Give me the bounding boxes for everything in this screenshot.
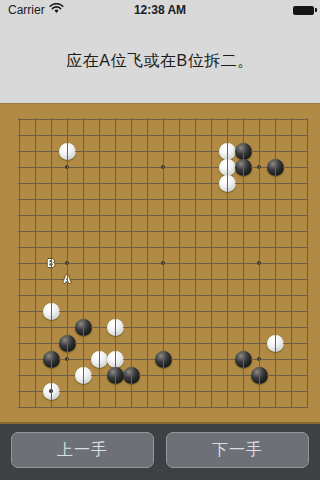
intersection[interactable] [75,399,91,415]
intersection[interactable] [187,335,203,351]
intersection[interactable] [11,223,27,239]
intersection[interactable] [59,175,75,191]
intersection[interactable] [203,159,219,175]
intersection[interactable] [235,175,251,191]
intersection[interactable] [299,383,315,399]
intersection[interactable] [235,351,251,367]
intersection[interactable] [91,335,107,351]
intersection[interactable] [235,255,251,271]
intersection[interactable] [299,351,315,367]
intersection[interactable] [187,367,203,383]
intersection[interactable] [59,303,75,319]
intersection[interactable] [91,239,107,255]
intersection[interactable] [235,239,251,255]
intersection[interactable] [187,303,203,319]
intersection[interactable] [123,367,139,383]
intersection[interactable] [251,207,267,223]
intersection[interactable] [11,399,27,415]
intersection[interactable] [235,207,251,223]
intersection[interactable] [219,287,235,303]
intersection[interactable] [91,383,107,399]
intersection[interactable] [11,335,27,351]
intersection[interactable] [187,319,203,335]
intersection[interactable] [59,383,75,399]
intersection[interactable] [203,111,219,127]
intersection[interactable] [219,351,235,367]
intersection[interactable] [267,367,283,383]
intersection[interactable] [171,175,187,191]
intersection[interactable] [43,175,59,191]
intersection[interactable] [155,303,171,319]
intersection[interactable] [139,303,155,319]
intersection[interactable] [75,335,91,351]
intersection[interactable] [267,319,283,335]
intersection[interactable] [107,319,123,335]
intersection[interactable] [155,127,171,143]
intersection[interactable] [123,287,139,303]
intersection[interactable] [187,111,203,127]
intersection[interactable] [171,255,187,271]
intersection[interactable] [75,159,91,175]
intersection[interactable] [59,287,75,303]
intersection[interactable] [235,399,251,415]
intersection[interactable] [27,143,43,159]
intersection[interactable] [251,255,267,271]
intersection[interactable] [27,383,43,399]
intersection[interactable] [27,127,43,143]
intersection[interactable] [203,399,219,415]
intersection[interactable] [235,287,251,303]
intersection[interactable] [283,143,299,159]
intersection[interactable] [91,319,107,335]
intersection[interactable] [155,143,171,159]
intersection[interactable] [171,239,187,255]
intersection[interactable] [203,175,219,191]
intersection[interactable] [187,175,203,191]
intersection[interactable] [11,367,27,383]
intersection[interactable] [219,143,235,159]
intersection[interactable] [91,399,107,415]
intersection[interactable] [11,111,27,127]
intersection[interactable] [75,351,91,367]
intersection[interactable] [59,143,75,159]
intersection[interactable]: A [59,271,75,287]
intersection[interactable] [75,191,91,207]
intersection[interactable] [155,399,171,415]
intersection[interactable] [299,335,315,351]
intersection[interactable] [27,175,43,191]
intersection[interactable] [43,127,59,143]
intersection[interactable] [123,175,139,191]
intersection[interactable] [107,191,123,207]
intersection[interactable] [219,255,235,271]
intersection[interactable] [283,239,299,255]
intersection[interactable] [91,223,107,239]
intersection[interactable] [283,383,299,399]
intersection[interactable] [171,223,187,239]
intersection[interactable] [75,383,91,399]
intersection[interactable] [187,143,203,159]
intersection[interactable] [91,111,107,127]
intersection[interactable] [107,271,123,287]
intersection[interactable] [235,367,251,383]
intersection[interactable] [107,383,123,399]
intersection[interactable] [235,223,251,239]
intersection[interactable] [267,239,283,255]
intersection[interactable] [203,207,219,223]
intersection[interactable] [299,287,315,303]
intersection[interactable] [187,287,203,303]
intersection[interactable] [299,143,315,159]
intersection[interactable] [203,127,219,143]
intersection[interactable] [123,255,139,271]
intersection[interactable] [251,223,267,239]
intersection[interactable] [91,191,107,207]
intersection[interactable] [251,175,267,191]
intersection[interactable] [235,383,251,399]
intersection[interactable] [27,255,43,271]
intersection[interactable] [171,191,187,207]
intersection[interactable] [123,351,139,367]
intersection[interactable] [123,223,139,239]
intersection[interactable] [11,175,27,191]
intersection[interactable] [219,271,235,287]
intersection[interactable] [299,127,315,143]
intersection[interactable] [107,111,123,127]
intersection[interactable] [251,191,267,207]
intersection[interactable] [123,159,139,175]
intersection[interactable] [11,239,27,255]
intersection[interactable] [123,303,139,319]
intersection[interactable] [43,303,59,319]
intersection[interactable] [283,255,299,271]
intersection[interactable] [75,127,91,143]
intersection[interactable] [283,191,299,207]
intersection[interactable] [171,303,187,319]
intersection[interactable] [267,399,283,415]
intersection[interactable] [267,111,283,127]
intersection[interactable] [203,367,219,383]
intersection[interactable] [107,367,123,383]
intersection[interactable] [43,223,59,239]
intersection[interactable] [187,255,203,271]
intersection[interactable] [43,351,59,367]
intersection[interactable] [219,335,235,351]
intersection[interactable] [219,191,235,207]
intersection[interactable] [203,255,219,271]
intersection[interactable] [155,383,171,399]
intersection[interactable] [11,191,27,207]
intersection[interactable] [59,367,75,383]
intersection[interactable] [139,351,155,367]
intersection[interactable] [299,303,315,319]
intersection[interactable] [27,399,43,415]
intersection[interactable] [155,175,171,191]
previous-move-button[interactable]: 上一手 [11,432,154,468]
intersection[interactable] [219,383,235,399]
intersection[interactable] [11,287,27,303]
intersection[interactable] [283,303,299,319]
intersection[interactable] [219,239,235,255]
intersection[interactable] [171,319,187,335]
intersection[interactable] [27,287,43,303]
intersection[interactable] [299,159,315,175]
intersection[interactable] [139,143,155,159]
intersection[interactable] [59,223,75,239]
intersection[interactable] [27,303,43,319]
intersection[interactable] [155,191,171,207]
intersection[interactable] [91,287,107,303]
intersection[interactable] [155,287,171,303]
intersection[interactable] [43,191,59,207]
intersection[interactable] [155,207,171,223]
intersection[interactable] [203,335,219,351]
intersection[interactable] [235,335,251,351]
intersection[interactable] [139,239,155,255]
intersection[interactable] [171,351,187,367]
intersection[interactable] [219,159,235,175]
intersection[interactable] [27,367,43,383]
intersection[interactable] [107,223,123,239]
intersection[interactable] [107,303,123,319]
intersection[interactable] [219,399,235,415]
intersection[interactable] [123,383,139,399]
intersection[interactable] [139,255,155,271]
intersection[interactable] [27,223,43,239]
intersection[interactable] [59,351,75,367]
intersection[interactable] [123,335,139,351]
intersection[interactable] [91,207,107,223]
intersection[interactable] [155,367,171,383]
intersection[interactable] [171,143,187,159]
intersection[interactable] [123,319,139,335]
intersection[interactable] [27,111,43,127]
intersection[interactable] [155,223,171,239]
intersection[interactable] [91,367,107,383]
intersection[interactable] [251,335,267,351]
intersection[interactable] [203,223,219,239]
intersection[interactable] [203,303,219,319]
intersection[interactable] [59,255,75,271]
intersection[interactable] [75,207,91,223]
intersection[interactable] [187,223,203,239]
intersection[interactable] [43,383,59,399]
intersection[interactable] [235,111,251,127]
intersection[interactable] [203,239,219,255]
intersection[interactable] [299,239,315,255]
intersection[interactable] [251,367,267,383]
intersection[interactable] [59,319,75,335]
intersection[interactable] [107,255,123,271]
intersection[interactable] [283,271,299,287]
intersection[interactable] [155,319,171,335]
intersection[interactable] [43,271,59,287]
intersection[interactable] [251,399,267,415]
intersection[interactable] [59,207,75,223]
intersection[interactable] [139,287,155,303]
intersection[interactable] [251,383,267,399]
intersection[interactable] [171,207,187,223]
intersection[interactable] [235,319,251,335]
intersection[interactable] [107,287,123,303]
intersection[interactable] [251,303,267,319]
intersection[interactable] [187,207,203,223]
intersection[interactable] [187,383,203,399]
intersection[interactable] [283,111,299,127]
intersection[interactable] [251,287,267,303]
intersection[interactable] [235,303,251,319]
intersection[interactable] [155,239,171,255]
intersection[interactable] [203,287,219,303]
intersection[interactable] [11,159,27,175]
intersection[interactable] [139,319,155,335]
intersection[interactable] [11,143,27,159]
intersection[interactable] [123,143,139,159]
intersection[interactable] [299,207,315,223]
intersection[interactable] [203,191,219,207]
intersection[interactable] [107,159,123,175]
intersection[interactable] [171,159,187,175]
intersection[interactable] [75,287,91,303]
intersection[interactable] [299,111,315,127]
intersection[interactable] [187,159,203,175]
intersection[interactable] [155,255,171,271]
intersection[interactable] [139,175,155,191]
intersection[interactable] [251,239,267,255]
intersection[interactable] [155,335,171,351]
intersection[interactable] [219,367,235,383]
intersection[interactable] [283,159,299,175]
intersection[interactable] [299,191,315,207]
intersection[interactable] [43,287,59,303]
intersection[interactable] [219,111,235,127]
intersection[interactable] [299,367,315,383]
intersection[interactable] [139,223,155,239]
intersection[interactable] [235,191,251,207]
intersection[interactable] [283,175,299,191]
intersection[interactable] [219,175,235,191]
intersection[interactable] [235,143,251,159]
intersection[interactable] [59,239,75,255]
intersection[interactable] [43,111,59,127]
intersection[interactable] [91,271,107,287]
intersection[interactable] [299,271,315,287]
intersection[interactable] [267,271,283,287]
intersection[interactable] [27,159,43,175]
intersection[interactable] [139,207,155,223]
intersection[interactable] [139,271,155,287]
intersection[interactable] [75,255,91,271]
intersection[interactable] [251,271,267,287]
intersection[interactable] [283,223,299,239]
next-move-button[interactable]: 下一手 [166,432,309,468]
intersection[interactable] [123,271,139,287]
intersection[interactable] [27,335,43,351]
intersection[interactable] [123,399,139,415]
intersection[interactable] [139,127,155,143]
intersection[interactable] [299,223,315,239]
intersection[interactable] [139,335,155,351]
intersection[interactable] [107,207,123,223]
intersection[interactable] [219,223,235,239]
intersection[interactable] [171,335,187,351]
intersection[interactable] [43,159,59,175]
intersection[interactable] [187,191,203,207]
intersection[interactable] [251,351,267,367]
intersection[interactable] [187,351,203,367]
intersection[interactable] [267,303,283,319]
intersection[interactable] [267,207,283,223]
intersection[interactable] [27,319,43,335]
intersection[interactable] [299,175,315,191]
intersection[interactable] [251,159,267,175]
intersection[interactable] [283,319,299,335]
intersection[interactable] [299,319,315,335]
intersection[interactable] [299,255,315,271]
intersection[interactable] [187,239,203,255]
intersection[interactable] [107,351,123,367]
intersection[interactable] [11,207,27,223]
intersection[interactable] [267,383,283,399]
intersection[interactable] [171,383,187,399]
intersection[interactable] [139,159,155,175]
intersection[interactable] [75,303,91,319]
intersection[interactable] [91,351,107,367]
intersection[interactable] [139,383,155,399]
intersection[interactable] [91,127,107,143]
intersection[interactable] [219,319,235,335]
intersection[interactable] [187,127,203,143]
intersection[interactable] [267,159,283,175]
intersection[interactable] [299,399,315,415]
intersection[interactable] [43,367,59,383]
intersection[interactable] [43,143,59,159]
intersection[interactable] [91,143,107,159]
intersection[interactable] [75,239,91,255]
intersection[interactable] [171,287,187,303]
intersection[interactable] [203,143,219,159]
intersection[interactable] [75,271,91,287]
intersection[interactable] [11,255,27,271]
intersection[interactable] [187,399,203,415]
intersection[interactable] [123,127,139,143]
intersection[interactable] [123,191,139,207]
intersection[interactable] [251,143,267,159]
intersection[interactable] [107,175,123,191]
intersection[interactable] [91,159,107,175]
intersection[interactable] [27,207,43,223]
intersection[interactable] [43,335,59,351]
intersection[interactable] [283,335,299,351]
intersection[interactable] [123,207,139,223]
intersection[interactable] [75,367,91,383]
intersection[interactable] [219,303,235,319]
intersection[interactable] [267,255,283,271]
intersection[interactable] [139,191,155,207]
intersection[interactable] [155,271,171,287]
intersection[interactable] [267,127,283,143]
intersection[interactable] [11,127,27,143]
intersection[interactable] [27,351,43,367]
intersection[interactable] [27,271,43,287]
intersection[interactable] [43,319,59,335]
intersection[interactable] [171,127,187,143]
intersection[interactable] [123,111,139,127]
intersection[interactable] [107,335,123,351]
intersection[interactable] [59,191,75,207]
intersection[interactable] [123,239,139,255]
intersection[interactable] [11,383,27,399]
